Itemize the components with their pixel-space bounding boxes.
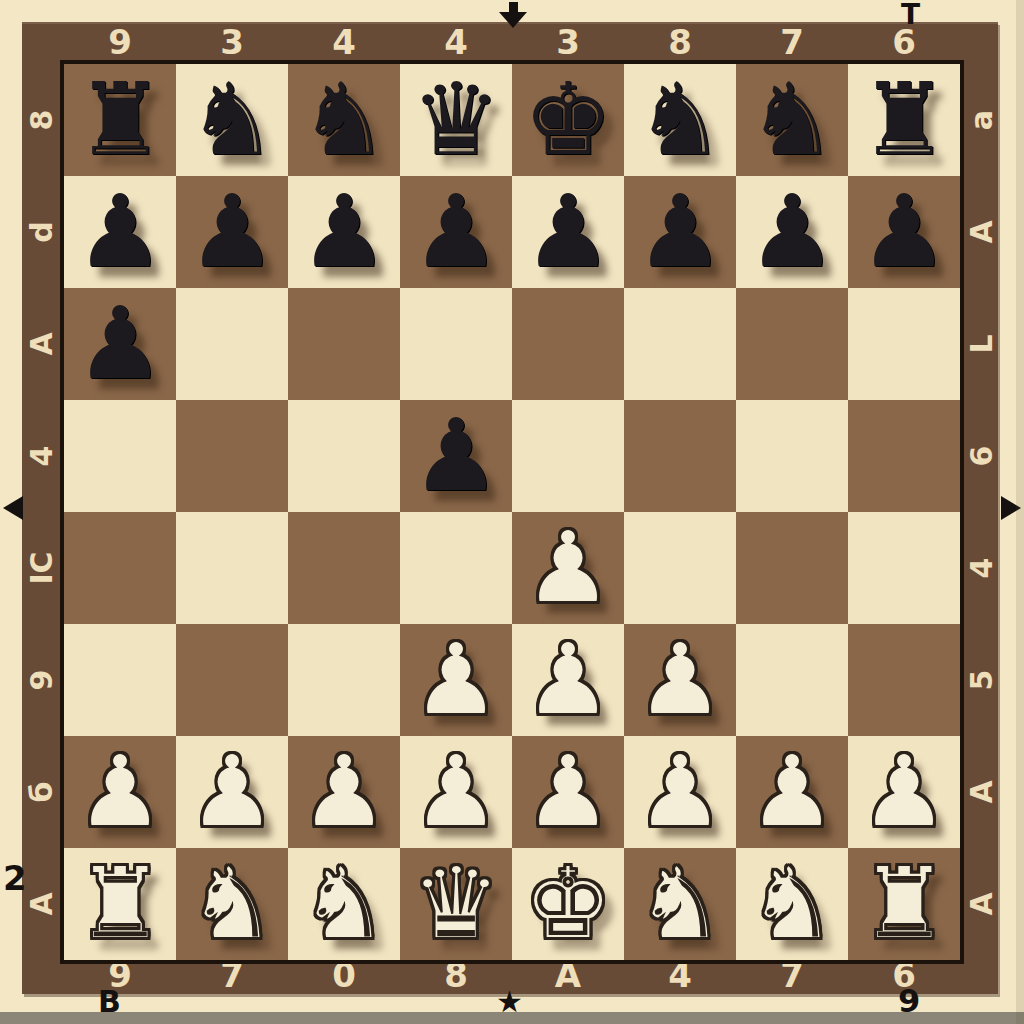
- white-pawn: ♟: [411, 742, 501, 842]
- square-c4[interactable]: [288, 512, 400, 624]
- black-pawn: ♟: [75, 182, 165, 282]
- square-b2[interactable]: ♟: [176, 736, 288, 848]
- square-g8[interactable]: ♞: [736, 64, 848, 176]
- square-e4[interactable]: ♟: [512, 512, 624, 624]
- square-b8[interactable]: ♞: [176, 64, 288, 176]
- black-knight: ♞: [299, 70, 389, 170]
- square-h3[interactable]: [848, 624, 960, 736]
- left-arrow-icon: [3, 496, 23, 520]
- square-g4[interactable]: [736, 512, 848, 624]
- black-king: ♚: [523, 70, 613, 170]
- square-d3[interactable]: ♟: [400, 624, 512, 736]
- square-a5[interactable]: [64, 400, 176, 512]
- square-a1[interactable]: ♜: [64, 848, 176, 960]
- square-e6[interactable]: [512, 288, 624, 400]
- square-c6[interactable]: [288, 288, 400, 400]
- square-h5[interactable]: [848, 400, 960, 512]
- square-a4[interactable]: [64, 512, 176, 624]
- top-file-label-f: 8: [624, 22, 736, 62]
- square-c3[interactable]: [288, 624, 400, 736]
- left-two-mark: 2: [3, 858, 27, 898]
- chess-board[interactable]: ♜♞♞♛♚♞♞♜♟♟♟♟♟♟♟♟♟♟♟♟♟♟♟♟♟♟♟♟♟♟♜♞♞♛♚♞♞♜: [60, 60, 964, 964]
- black-rook: ♜: [75, 70, 165, 170]
- square-c1[interactable]: ♞: [288, 848, 400, 960]
- down-arrow-stem: [509, 2, 518, 12]
- square-e1[interactable]: ♚: [512, 848, 624, 960]
- top-file-label-g: 7: [736, 22, 848, 62]
- white-rook: ♜: [859, 854, 949, 954]
- black-pawn: ♟: [299, 182, 389, 282]
- black-knight: ♞: [747, 70, 837, 170]
- square-a3[interactable]: [64, 624, 176, 736]
- square-f5[interactable]: [624, 400, 736, 512]
- black-pawn: ♟: [411, 182, 501, 282]
- white-knight: ♞: [299, 854, 389, 954]
- square-g6[interactable]: [736, 288, 848, 400]
- square-d1[interactable]: ♛: [400, 848, 512, 960]
- white-pawn: ♟: [411, 630, 501, 730]
- square-b5[interactable]: [176, 400, 288, 512]
- bottom-edge-strip: [0, 1012, 1024, 1024]
- white-queen: ♛: [411, 854, 501, 954]
- white-pawn: ♟: [187, 742, 277, 842]
- square-e7[interactable]: ♟: [512, 176, 624, 288]
- black-pawn: ♟: [747, 182, 837, 282]
- square-d7[interactable]: ♟: [400, 176, 512, 288]
- white-knight: ♞: [187, 854, 277, 954]
- square-a2[interactable]: ♟: [64, 736, 176, 848]
- white-pawn: ♟: [635, 630, 725, 730]
- black-queen: ♛: [411, 70, 501, 170]
- white-pawn: ♟: [747, 742, 837, 842]
- board-margin: 93443876 9708A476 8dA4IC9бA aAL645AA ♜♞♞…: [0, 0, 1024, 1024]
- square-b7[interactable]: ♟: [176, 176, 288, 288]
- black-rook: ♜: [859, 70, 949, 170]
- square-b1[interactable]: ♞: [176, 848, 288, 960]
- black-pawn: ♟: [75, 294, 165, 394]
- top-file-label-d: 4: [400, 22, 512, 62]
- square-d5[interactable]: ♟: [400, 400, 512, 512]
- square-f4[interactable]: [624, 512, 736, 624]
- black-pawn: ♟: [187, 182, 277, 282]
- down-arrow-head: [499, 12, 527, 28]
- top-file-label-e: 3: [512, 22, 624, 62]
- black-pawn: ♟: [411, 406, 501, 506]
- square-f3[interactable]: ♟: [624, 624, 736, 736]
- white-rook: ♜: [75, 854, 165, 954]
- top-file-label-b: 3: [176, 22, 288, 62]
- square-a7[interactable]: ♟: [64, 176, 176, 288]
- white-knight: ♞: [747, 854, 837, 954]
- white-king: ♚: [523, 854, 613, 954]
- top-file-label-a: 9: [64, 22, 176, 62]
- square-c5[interactable]: [288, 400, 400, 512]
- square-h1[interactable]: ♜: [848, 848, 960, 960]
- square-f1[interactable]: ♞: [624, 848, 736, 960]
- white-pawn: ♟: [299, 742, 389, 842]
- top-file-label-c: 4: [288, 22, 400, 62]
- square-d8[interactable]: ♛: [400, 64, 512, 176]
- square-f2[interactable]: ♟: [624, 736, 736, 848]
- top-right-t-mark: T: [901, 0, 920, 31]
- file-labels-top: 93443876: [64, 22, 960, 62]
- black-pawn: ♟: [523, 182, 613, 282]
- square-c8[interactable]: ♞: [288, 64, 400, 176]
- rank-labels-left: 8dA4IC9бA: [22, 64, 60, 960]
- square-h6[interactable]: [848, 288, 960, 400]
- square-c2[interactable]: ♟: [288, 736, 400, 848]
- square-e3[interactable]: ♟: [512, 624, 624, 736]
- square-h8[interactable]: ♜: [848, 64, 960, 176]
- white-pawn: ♟: [523, 518, 613, 618]
- square-h7[interactable]: ♟: [848, 176, 960, 288]
- square-d2[interactable]: ♟: [400, 736, 512, 848]
- square-a6[interactable]: ♟: [64, 288, 176, 400]
- down-arrow-icon: [499, 2, 527, 28]
- black-pawn: ♟: [635, 182, 725, 282]
- square-h2[interactable]: ♟: [848, 736, 960, 848]
- square-g1[interactable]: ♞: [736, 848, 848, 960]
- square-d4[interactable]: [400, 512, 512, 624]
- white-pawn: ♟: [523, 742, 613, 842]
- square-d6[interactable]: [400, 288, 512, 400]
- right-edge-shading: [1016, 0, 1024, 1024]
- black-knight: ♞: [635, 70, 725, 170]
- square-h4[interactable]: [848, 512, 960, 624]
- white-knight: ♞: [635, 854, 725, 954]
- square-g7[interactable]: ♟: [736, 176, 848, 288]
- square-f8[interactable]: ♞: [624, 64, 736, 176]
- rank-labels-right: aAL645AA: [964, 64, 998, 960]
- white-pawn: ♟: [859, 742, 949, 842]
- square-e8[interactable]: ♚: [512, 64, 624, 176]
- square-f6[interactable]: [624, 288, 736, 400]
- square-a8[interactable]: ♜: [64, 64, 176, 176]
- white-pawn: ♟: [523, 630, 613, 730]
- square-e2[interactable]: ♟: [512, 736, 624, 848]
- white-pawn: ♟: [635, 742, 725, 842]
- white-pawn: ♟: [75, 742, 165, 842]
- square-f7[interactable]: ♟: [624, 176, 736, 288]
- black-knight: ♞: [187, 70, 277, 170]
- square-g5[interactable]: [736, 400, 848, 512]
- square-e5[interactable]: [512, 400, 624, 512]
- square-b4[interactable]: [176, 512, 288, 624]
- square-g2[interactable]: ♟: [736, 736, 848, 848]
- black-pawn: ♟: [859, 182, 949, 282]
- square-g3[interactable]: [736, 624, 848, 736]
- square-c7[interactable]: ♟: [288, 176, 400, 288]
- square-b6[interactable]: [176, 288, 288, 400]
- square-b3[interactable]: [176, 624, 288, 736]
